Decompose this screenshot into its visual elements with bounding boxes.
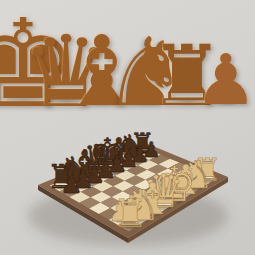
- lineup-pawn-piece: ♟: [195, 45, 255, 115]
- chess-set-photo: ♜♟♞♟♝♟♚♟♛♟♟♝♜♞♟♟♜♞♟♟♟♝♟♚♟♛♟♝♟♞♟♜ ♚ ♛ ♝ ♞…: [0, 0, 255, 255]
- piece-lineup: ♚ ♛ ♝ ♞ ♜ ♟: [0, 0, 255, 255]
